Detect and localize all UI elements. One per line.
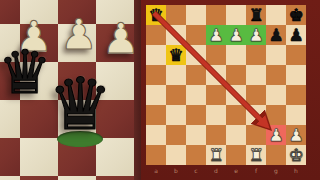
- square-b7[interactable]: [166, 25, 186, 45]
- piece-white-pawn-h2[interactable]: ♟: [286, 125, 306, 145]
- square-b3[interactable]: [166, 105, 186, 125]
- photo-board-frame: [134, 0, 141, 180]
- photo-square: [96, 0, 134, 24]
- square-e5[interactable]: [226, 65, 246, 85]
- photo-square: [58, 62, 96, 100]
- photo-square: [96, 138, 134, 176]
- square-a2[interactable]: [146, 125, 166, 145]
- square-d2[interactable]: [206, 125, 226, 145]
- square-b6[interactable]: ♛: [166, 45, 186, 65]
- square-f7[interactable]: ♟: [246, 25, 266, 45]
- square-e7[interactable]: ♟: [226, 25, 246, 45]
- queen-felt-base: [57, 131, 103, 147]
- piece-white-pawn-g2[interactable]: ♟: [266, 125, 286, 145]
- square-g1[interactable]: [266, 145, 286, 165]
- square-f4[interactable]: [246, 85, 266, 105]
- square-g2[interactable]: ♟: [266, 125, 286, 145]
- piece-black-king-h8[interactable]: ♚: [286, 5, 306, 25]
- square-f5[interactable]: [246, 65, 266, 85]
- photo-square: [0, 100, 20, 138]
- photo-square: [0, 24, 20, 62]
- square-e4[interactable]: [226, 85, 246, 105]
- photo-square: [20, 24, 58, 62]
- file-label-c: c: [186, 166, 206, 178]
- square-e8[interactable]: [226, 5, 246, 25]
- square-c6[interactable]: [186, 45, 206, 65]
- file-label-f: f: [246, 166, 266, 178]
- square-a3[interactable]: [146, 105, 166, 125]
- square-b2[interactable]: [166, 125, 186, 145]
- square-d1[interactable]: ♜: [206, 145, 226, 165]
- square-h5[interactable]: [286, 65, 306, 85]
- square-c8[interactable]: [186, 5, 206, 25]
- piece-white-king-h1[interactable]: ♚: [286, 145, 306, 165]
- square-a6[interactable]: [146, 45, 166, 65]
- square-f2[interactable]: [246, 125, 266, 145]
- square-b5[interactable]: [166, 65, 186, 85]
- board-squares: ♛♜♚♟♟♟♟♟♛♟♟♜♜♚: [146, 5, 306, 165]
- file-label-d: d: [206, 166, 226, 178]
- photo-square: [0, 0, 20, 24]
- square-h7[interactable]: ♟: [286, 25, 306, 45]
- square-c2[interactable]: [186, 125, 206, 145]
- thumbnail: ♟♟♟♛♛ ♛♜♚♟♟♟♟♟♛♟♟♜♜♚ a b c d e f g: [0, 0, 320, 180]
- square-g3[interactable]: [266, 105, 286, 125]
- square-b1[interactable]: [166, 145, 186, 165]
- square-e6[interactable]: [226, 45, 246, 65]
- square-e1[interactable]: [226, 145, 246, 165]
- piece-black-queen-a8[interactable]: ♛: [146, 5, 166, 25]
- square-a4[interactable]: [146, 85, 166, 105]
- file-label-a: a: [146, 166, 166, 178]
- square-a1[interactable]: [146, 145, 166, 165]
- piece-black-rook-f8[interactable]: ♜: [246, 5, 266, 25]
- piece-white-rook-f1[interactable]: ♜: [246, 145, 266, 165]
- square-c4[interactable]: [186, 85, 206, 105]
- square-g6[interactable]: [266, 45, 286, 65]
- photo-square: [58, 24, 96, 62]
- piece-black-pawn-g7[interactable]: ♟: [266, 25, 286, 45]
- piece-white-pawn-d7[interactable]: ♟: [206, 25, 226, 45]
- square-c7[interactable]: [186, 25, 206, 45]
- photo-square: [96, 62, 134, 100]
- square-f1[interactable]: ♜: [246, 145, 266, 165]
- square-h2[interactable]: ♟: [286, 125, 306, 145]
- square-f3[interactable]: [246, 105, 266, 125]
- file-label-g: g: [266, 166, 286, 178]
- photo-square: [58, 0, 96, 24]
- piece-white-pawn-f7[interactable]: ♟: [246, 25, 266, 45]
- piece-black-queen-b6[interactable]: ♛: [166, 45, 186, 65]
- photo-square: [0, 176, 20, 180]
- square-d5[interactable]: [206, 65, 226, 85]
- square-h3[interactable]: [286, 105, 306, 125]
- square-a8[interactable]: ♛: [146, 5, 166, 25]
- square-f6[interactable]: [246, 45, 266, 65]
- square-g7[interactable]: ♟: [266, 25, 286, 45]
- square-f8[interactable]: ♜: [246, 5, 266, 25]
- square-b8[interactable]: [166, 5, 186, 25]
- square-a7[interactable]: [146, 25, 166, 45]
- photo-square: [0, 138, 20, 176]
- square-d8[interactable]: [206, 5, 226, 25]
- file-label-e: e: [226, 166, 246, 178]
- photo-square: [96, 100, 134, 138]
- square-d7[interactable]: ♟: [206, 25, 226, 45]
- square-c5[interactable]: [186, 65, 206, 85]
- square-e3[interactable]: [226, 105, 246, 125]
- analysis-board-panel: ♛♜♚♟♟♟♟♟♛♟♟♜♜♚ a b c d e f g h: [141, 0, 320, 180]
- piece-white-rook-d1[interactable]: ♜: [206, 145, 226, 165]
- square-g4[interactable]: [266, 85, 286, 105]
- photo-square: [0, 62, 20, 100]
- square-e2[interactable]: [226, 125, 246, 145]
- square-d4[interactable]: [206, 85, 226, 105]
- square-d6[interactable]: [206, 45, 226, 65]
- square-g8[interactable]: [266, 5, 286, 25]
- photo-square: [20, 0, 58, 24]
- square-g5[interactable]: [266, 65, 286, 85]
- file-coordinates: a b c d e f g h: [146, 166, 306, 178]
- square-d3[interactable]: [206, 105, 226, 125]
- square-h4[interactable]: [286, 85, 306, 105]
- square-h6[interactable]: [286, 45, 306, 65]
- square-c1[interactable]: [186, 145, 206, 165]
- square-a5[interactable]: [146, 65, 166, 85]
- photo-square: [96, 176, 134, 180]
- file-label-h: h: [286, 166, 306, 178]
- square-h8[interactable]: ♚: [286, 5, 306, 25]
- photo-scene: ♟♟♟♛♛: [0, 0, 141, 180]
- photo-square: [20, 176, 58, 180]
- square-c3[interactable]: [186, 105, 206, 125]
- photo-square: [96, 24, 134, 62]
- square-h1[interactable]: ♚: [286, 145, 306, 165]
- piece-white-pawn-e7[interactable]: ♟: [226, 25, 246, 45]
- photo-square: [58, 176, 96, 180]
- file-label-b: b: [166, 166, 186, 178]
- photo-square: [20, 100, 58, 138]
- photo-square: [20, 138, 58, 176]
- photo-square: [20, 62, 58, 100]
- piece-black-pawn-h7[interactable]: ♟: [286, 25, 306, 45]
- square-b4[interactable]: [166, 85, 186, 105]
